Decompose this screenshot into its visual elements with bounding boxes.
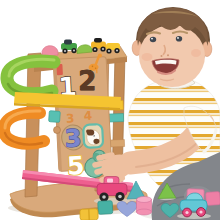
yellow-block [80, 209, 98, 220]
finger [97, 168, 112, 172]
small-number-4: 4 [84, 108, 93, 122]
block-shadow [177, 213, 211, 219]
eye-glint [177, 37, 179, 39]
animal-piece-in-slot-4 [83, 124, 103, 148]
scene-canvas: 1 2 3 4 3 5 [0, 0, 220, 220]
finger [95, 161, 111, 165]
teal-square-block [98, 201, 113, 215]
left-eye [150, 37, 156, 43]
cheek-blush [142, 53, 153, 61]
pink-cylinder-block [137, 197, 152, 216]
finger [99, 155, 112, 158]
right-eye [176, 36, 182, 42]
number-2: 2 [78, 66, 96, 96]
photo-scene: 1 2 3 4 3 5 [0, 0, 220, 220]
wood-peg [54, 127, 61, 134]
car-window [107, 179, 113, 183]
pink-block-small [206, 192, 220, 206]
cheek-blush [191, 49, 201, 57]
nostril [167, 54, 169, 56]
number-3: 3 [64, 124, 82, 153]
teal-cube [49, 111, 61, 123]
eye-glint [151, 38, 153, 40]
nostril [161, 55, 163, 57]
